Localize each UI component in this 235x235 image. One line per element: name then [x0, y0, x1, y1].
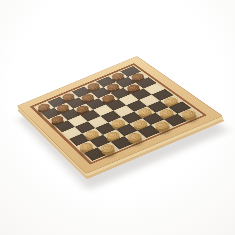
checkers-board: ⛂⛂⛂⛂⛂⛂⛂⛂⛂⛂⛂⛂⛀⛀⛀⛀⛀⛀⛀⛀⛀⛀⛀⛀: [17, 56, 223, 174]
photo-background: ⛂⛂⛂⛂⛂⛂⛂⛂⛂⛂⛂⛂⛀⛀⛀⛀⛀⛀⛀⛀⛀⛀⛀⛀: [0, 0, 235, 235]
